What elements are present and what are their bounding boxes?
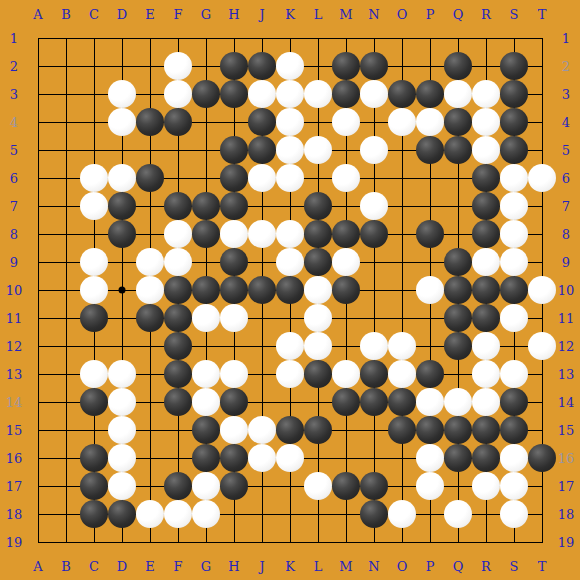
- left-row-label: 18: [6, 508, 23, 521]
- top-column-label: J: [259, 8, 264, 21]
- white-stone-F3: [164, 80, 192, 108]
- left-row-label: 1: [10, 32, 18, 45]
- black-stone-H3: [220, 80, 248, 108]
- white-stone-H8: [220, 220, 248, 248]
- black-stone-Q2: [444, 52, 472, 80]
- black-stone-H17: [220, 472, 248, 500]
- white-stone-K4: [276, 108, 304, 136]
- top-column-label: T: [538, 8, 547, 21]
- bottom-column-label: L: [314, 560, 323, 573]
- black-stone-L8: [304, 220, 332, 248]
- white-stone-O4: [388, 108, 416, 136]
- white-stone-D13: [108, 360, 136, 388]
- black-stone-Q16: [444, 444, 472, 472]
- black-stone-F17: [164, 472, 192, 500]
- right-row-label: 10: [558, 284, 575, 297]
- right-row-label: 3: [562, 88, 570, 101]
- white-stone-P14: [416, 388, 444, 416]
- white-stone-S16: [500, 444, 528, 472]
- white-stone-J8: [248, 220, 276, 248]
- white-stone-K12: [276, 332, 304, 360]
- black-stone-F14: [164, 388, 192, 416]
- white-stone-R3: [472, 80, 500, 108]
- white-stone-H15: [220, 416, 248, 444]
- black-stone-P3: [416, 80, 444, 108]
- top-column-label: Q: [453, 8, 464, 21]
- black-stone-J4: [248, 108, 276, 136]
- black-stone-H10: [220, 276, 248, 304]
- bottom-column-label: A: [33, 560, 42, 573]
- white-stone-S18: [500, 500, 528, 528]
- left-row-label: 9: [10, 256, 18, 269]
- white-stone-L5: [304, 136, 332, 164]
- top-column-label: H: [228, 8, 239, 21]
- black-stone-R11: [472, 304, 500, 332]
- white-stone-J16: [248, 444, 276, 472]
- white-stone-K13: [276, 360, 304, 388]
- white-stone-P4: [416, 108, 444, 136]
- white-stone-E9: [136, 248, 164, 276]
- white-stone-M6: [332, 164, 360, 192]
- black-stone-S2: [500, 52, 528, 80]
- white-stone-L11: [304, 304, 332, 332]
- black-stone-N14: [360, 388, 388, 416]
- black-stone-R16: [472, 444, 500, 472]
- black-stone-M2: [332, 52, 360, 80]
- white-stone-S7: [500, 192, 528, 220]
- right-row-label: 16: [558, 452, 575, 465]
- black-stone-M14: [332, 388, 360, 416]
- bottom-column-label: M: [339, 560, 352, 573]
- white-stone-O18: [388, 500, 416, 528]
- white-stone-G18: [192, 500, 220, 528]
- left-row-label: 5: [10, 144, 18, 157]
- bottom-column-label: C: [89, 560, 99, 573]
- black-stone-Q9: [444, 248, 472, 276]
- top-column-label: G: [201, 8, 211, 21]
- white-stone-C10: [80, 276, 108, 304]
- bottom-column-label: H: [228, 560, 239, 573]
- white-stone-P17: [416, 472, 444, 500]
- black-stone-H16: [220, 444, 248, 472]
- black-stone-J10: [248, 276, 276, 304]
- white-stone-G11: [192, 304, 220, 332]
- left-row-label: 14: [6, 396, 23, 409]
- white-stone-M4: [332, 108, 360, 136]
- white-stone-M13: [332, 360, 360, 388]
- white-stone-Q18: [444, 500, 472, 528]
- white-stone-D17: [108, 472, 136, 500]
- black-stone-G8: [192, 220, 220, 248]
- top-column-label: N: [368, 8, 379, 21]
- black-stone-N17: [360, 472, 388, 500]
- left-row-label: 11: [6, 312, 23, 325]
- white-stone-D6: [108, 164, 136, 192]
- black-stone-Q12: [444, 332, 472, 360]
- white-stone-C6: [80, 164, 108, 192]
- top-column-label: L: [314, 8, 323, 21]
- right-row-label: 13: [558, 368, 575, 381]
- black-stone-S5: [500, 136, 528, 164]
- black-stone-Q11: [444, 304, 472, 332]
- white-stone-G14: [192, 388, 220, 416]
- right-row-label: 11: [558, 312, 575, 325]
- white-stone-F9: [164, 248, 192, 276]
- top-column-label: D: [117, 8, 127, 21]
- black-stone-R15: [472, 416, 500, 444]
- right-row-label: 9: [562, 256, 570, 269]
- black-stone-C17: [80, 472, 108, 500]
- top-column-label: A: [33, 8, 42, 21]
- white-stone-N7: [360, 192, 388, 220]
- black-stone-J5: [248, 136, 276, 164]
- white-stone-S8: [500, 220, 528, 248]
- right-row-label: 5: [562, 144, 570, 157]
- white-stone-Q14: [444, 388, 472, 416]
- left-row-label: 16: [6, 452, 23, 465]
- black-stone-N2: [360, 52, 388, 80]
- white-stone-E18: [136, 500, 164, 528]
- white-stone-T10: [528, 276, 556, 304]
- right-row-label: 7: [562, 200, 570, 213]
- black-stone-G10: [192, 276, 220, 304]
- black-stone-E11: [136, 304, 164, 332]
- white-stone-L3: [304, 80, 332, 108]
- white-stone-C13: [80, 360, 108, 388]
- black-stone-L13: [304, 360, 332, 388]
- black-stone-L7: [304, 192, 332, 220]
- bottom-column-label: P: [426, 560, 435, 573]
- black-stone-F7: [164, 192, 192, 220]
- black-stone-K15: [276, 416, 304, 444]
- white-stone-K5: [276, 136, 304, 164]
- black-stone-S4: [500, 108, 528, 136]
- black-stone-F13: [164, 360, 192, 388]
- black-stone-N18: [360, 500, 388, 528]
- black-stone-S10: [500, 276, 528, 304]
- black-stone-G16: [192, 444, 220, 472]
- white-stone-S13: [500, 360, 528, 388]
- white-stone-D16: [108, 444, 136, 472]
- black-stone-C14: [80, 388, 108, 416]
- white-stone-K6: [276, 164, 304, 192]
- black-stone-R10: [472, 276, 500, 304]
- black-stone-P5: [416, 136, 444, 164]
- left-row-label: 12: [6, 340, 23, 353]
- bottom-column-label: E: [145, 560, 155, 573]
- black-stone-J2: [248, 52, 276, 80]
- white-stone-N3: [360, 80, 388, 108]
- left-row-label: 15: [6, 424, 23, 437]
- black-stone-D8: [108, 220, 136, 248]
- left-row-label: 7: [10, 200, 18, 213]
- black-stone-K10: [276, 276, 304, 304]
- white-stone-F8: [164, 220, 192, 248]
- black-stone-F12: [164, 332, 192, 360]
- black-stone-H9: [220, 248, 248, 276]
- black-stone-Q4: [444, 108, 472, 136]
- white-stone-R4: [472, 108, 500, 136]
- black-stone-O15: [388, 416, 416, 444]
- right-row-label: 18: [558, 508, 575, 521]
- right-row-label: 15: [558, 424, 575, 437]
- white-stone-J15: [248, 416, 276, 444]
- white-stone-C9: [80, 248, 108, 276]
- white-stone-S11: [500, 304, 528, 332]
- white-stone-L10: [304, 276, 332, 304]
- white-stone-S9: [500, 248, 528, 276]
- black-stone-S14: [500, 388, 528, 416]
- white-stone-O12: [388, 332, 416, 360]
- white-stone-G13: [192, 360, 220, 388]
- white-stone-S6: [500, 164, 528, 192]
- white-stone-H11: [220, 304, 248, 332]
- white-stone-H13: [220, 360, 248, 388]
- black-stone-P15: [416, 416, 444, 444]
- top-column-label: S: [510, 8, 519, 21]
- black-stone-T16: [528, 444, 556, 472]
- white-stone-T12: [528, 332, 556, 360]
- white-stone-M9: [332, 248, 360, 276]
- bottom-column-label: J: [259, 560, 264, 573]
- black-stone-O14: [388, 388, 416, 416]
- top-column-label: B: [61, 8, 71, 21]
- left-row-label: 6: [10, 172, 18, 185]
- top-column-label: K: [285, 8, 295, 21]
- white-stone-J3: [248, 80, 276, 108]
- bottom-column-label: G: [201, 560, 211, 573]
- bottom-column-label: R: [481, 560, 491, 573]
- left-row-label: 8: [10, 228, 18, 241]
- black-stone-E6: [136, 164, 164, 192]
- black-stone-R6: [472, 164, 500, 192]
- white-stone-R5: [472, 136, 500, 164]
- white-stone-N5: [360, 136, 388, 164]
- white-stone-R17: [472, 472, 500, 500]
- black-stone-O3: [388, 80, 416, 108]
- white-stone-D14: [108, 388, 136, 416]
- white-stone-K8: [276, 220, 304, 248]
- left-row-label: 3: [10, 88, 18, 101]
- black-stone-M17: [332, 472, 360, 500]
- right-row-label: 8: [562, 228, 570, 241]
- white-stone-K3: [276, 80, 304, 108]
- white-stone-F2: [164, 52, 192, 80]
- left-row-label: 13: [6, 368, 23, 381]
- white-stone-K16: [276, 444, 304, 472]
- right-row-label: 2: [562, 60, 570, 73]
- black-stone-G3: [192, 80, 220, 108]
- star-point: [119, 287, 126, 294]
- right-row-label: 14: [558, 396, 575, 409]
- black-stone-F10: [164, 276, 192, 304]
- black-stone-Q15: [444, 416, 472, 444]
- bottom-column-label: K: [285, 560, 295, 573]
- white-stone-N12: [360, 332, 388, 360]
- black-stone-P8: [416, 220, 444, 248]
- left-row-label: 17: [6, 480, 23, 493]
- black-stone-P13: [416, 360, 444, 388]
- top-column-label: F: [173, 8, 182, 21]
- black-stone-S15: [500, 416, 528, 444]
- black-stone-R8: [472, 220, 500, 248]
- black-stone-H6: [220, 164, 248, 192]
- black-stone-F11: [164, 304, 192, 332]
- right-row-label: 4: [562, 116, 570, 129]
- left-row-label: 4: [10, 116, 18, 129]
- black-stone-G7: [192, 192, 220, 220]
- black-stone-C18: [80, 500, 108, 528]
- white-stone-R9: [472, 248, 500, 276]
- bottom-column-label: N: [368, 560, 379, 573]
- white-stone-C7: [80, 192, 108, 220]
- black-stone-M8: [332, 220, 360, 248]
- black-stone-C11: [80, 304, 108, 332]
- top-column-label: C: [89, 8, 99, 21]
- top-column-label: P: [426, 8, 435, 21]
- black-stone-M10: [332, 276, 360, 304]
- white-stone-R14: [472, 388, 500, 416]
- bottom-column-label: F: [173, 560, 182, 573]
- white-stone-L17: [304, 472, 332, 500]
- right-row-label: 1: [562, 32, 570, 45]
- black-stone-S3: [500, 80, 528, 108]
- black-stone-C16: [80, 444, 108, 472]
- top-column-label: E: [145, 8, 155, 21]
- white-stone-R12: [472, 332, 500, 360]
- left-row-label: 19: [6, 536, 23, 549]
- white-stone-T6: [528, 164, 556, 192]
- white-stone-J6: [248, 164, 276, 192]
- white-stone-O13: [388, 360, 416, 388]
- top-column-label: M: [339, 8, 352, 21]
- black-stone-M3: [332, 80, 360, 108]
- black-stone-N13: [360, 360, 388, 388]
- top-column-label: O: [397, 8, 408, 21]
- white-stone-E10: [136, 276, 164, 304]
- bottom-column-label: O: [397, 560, 408, 573]
- white-stone-L12: [304, 332, 332, 360]
- black-stone-R7: [472, 192, 500, 220]
- white-stone-D4: [108, 108, 136, 136]
- black-stone-H5: [220, 136, 248, 164]
- white-stone-P16: [416, 444, 444, 472]
- white-stone-R13: [472, 360, 500, 388]
- black-stone-H2: [220, 52, 248, 80]
- black-stone-L15: [304, 416, 332, 444]
- black-stone-N8: [360, 220, 388, 248]
- black-stone-D7: [108, 192, 136, 220]
- black-stone-L9: [304, 248, 332, 276]
- white-stone-K9: [276, 248, 304, 276]
- left-row-label: 2: [10, 60, 18, 73]
- white-stone-G17: [192, 472, 220, 500]
- right-row-label: 17: [558, 480, 575, 493]
- bottom-column-label: Q: [453, 560, 464, 573]
- white-stone-Q3: [444, 80, 472, 108]
- right-row-label: 19: [558, 536, 575, 549]
- black-stone-H7: [220, 192, 248, 220]
- bottom-column-label: T: [538, 560, 547, 573]
- white-stone-D15: [108, 416, 136, 444]
- bottom-column-label: B: [61, 560, 71, 573]
- black-stone-E4: [136, 108, 164, 136]
- right-row-label: 12: [558, 340, 575, 353]
- left-row-label: 10: [6, 284, 23, 297]
- black-stone-H14: [220, 388, 248, 416]
- black-stone-Q10: [444, 276, 472, 304]
- black-stone-G15: [192, 416, 220, 444]
- black-stone-Q5: [444, 136, 472, 164]
- top-column-label: R: [481, 8, 491, 21]
- white-stone-P10: [416, 276, 444, 304]
- black-stone-F4: [164, 108, 192, 136]
- white-stone-K2: [276, 52, 304, 80]
- bottom-column-label: D: [117, 560, 127, 573]
- white-stone-D3: [108, 80, 136, 108]
- white-stone-S17: [500, 472, 528, 500]
- black-stone-D18: [108, 500, 136, 528]
- go-board: AABBCCDDEEFFGGHHJJKKLLMMNNOOPPQQRRSSTT11…: [0, 0, 580, 580]
- white-stone-F18: [164, 500, 192, 528]
- bottom-column-label: S: [510, 560, 519, 573]
- right-row-label: 6: [562, 172, 570, 185]
